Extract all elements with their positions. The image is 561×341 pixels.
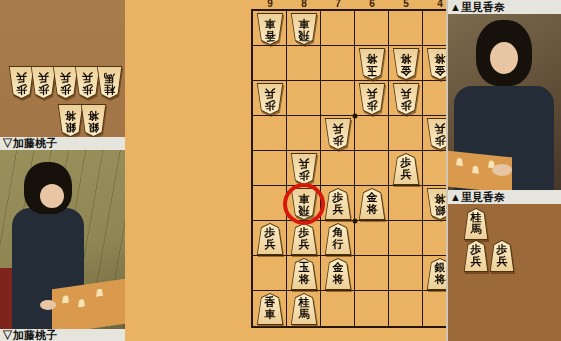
gote-player-label-bottom: ▽加藤桃子: [0, 329, 125, 341]
shogi-piece-香車-gote: 香車: [256, 13, 284, 45]
file-label-8: 8: [287, 0, 321, 9]
board-square-9四: [253, 116, 287, 151]
shogi-piece-歩兵-gote: 歩兵: [290, 153, 318, 185]
gote-player-label-top: ▽加藤桃子: [0, 137, 125, 150]
board-square-9六: [253, 186, 287, 221]
file-label-7: 7: [321, 0, 355, 9]
board-panel: 987654321 一二三四五六七八九 香車飛車桂馬香車玉将金将金将角行歩兵歩兵…: [125, 0, 446, 341]
board-square-5一: [389, 11, 423, 46]
board-square-9五: [253, 151, 287, 186]
person-face: [40, 184, 64, 208]
board-square-5四: [389, 116, 423, 151]
shogi-piece-金将-gote: 金将: [392, 48, 420, 80]
shogi-piece-歩兵-sente: 歩兵: [489, 240, 515, 272]
board-square-8二: [287, 46, 321, 81]
shogi-piece-歩兵-gote: 歩兵: [358, 83, 386, 115]
sente-side-column: ▲里見香奈 ▲里見香奈 桂馬歩兵歩兵: [446, 0, 561, 341]
shogi-piece-玉将-gote: 玉将: [358, 48, 386, 80]
board-square-5八: [389, 256, 423, 291]
board-square-5六: [389, 186, 423, 221]
board-square-7一: [321, 11, 355, 46]
shogi-piece-銀将-gote: 銀将: [80, 104, 107, 137]
shogi-news-diagram: 歩兵歩兵歩兵歩兵桂馬銀将銀将 ▽加藤桃子 ▽加藤桃子 987654321 一二三…: [0, 0, 561, 341]
shogi-piece-香車-sente: 香車: [256, 293, 284, 325]
board-square-7三: [321, 81, 355, 116]
board-square-6七: [355, 221, 389, 256]
shogi-piece-歩兵-sente: 歩兵: [290, 223, 318, 255]
gote-side-column: 歩兵歩兵歩兵歩兵桂馬銀将銀将 ▽加藤桃子 ▽加藤桃子: [0, 0, 125, 341]
photo-kato-momoko: [0, 150, 125, 329]
shogi-piece-歩兵-gote: 歩兵: [392, 83, 420, 115]
board-square-6五: [355, 151, 389, 186]
shogi-piece-桂馬-sente: 桂馬: [463, 208, 489, 240]
board-square-6一: [355, 11, 389, 46]
last-move-circle: [283, 183, 325, 225]
board-square-7二: [321, 46, 355, 81]
shogi-piece-桂馬-gote: 桂馬: [96, 66, 123, 99]
board-square-6九: [355, 291, 389, 326]
star-point: [353, 219, 358, 224]
person-hand: [492, 164, 512, 176]
board-square-8三: [287, 81, 321, 116]
shogi-piece-歩兵-sente: 歩兵: [463, 240, 489, 272]
file-label-5: 5: [389, 0, 423, 9]
shogi-piece-歩兵-gote: 歩兵: [324, 118, 352, 150]
shogi-piece-金将-sente: 金将: [324, 258, 352, 290]
sente-player-label-top: ▲里見香奈: [448, 0, 561, 14]
shogi-piece-歩兵-gote: 歩兵: [256, 83, 284, 115]
file-label-9: 9: [253, 0, 287, 9]
file-label-6: 6: [355, 0, 389, 9]
person-face: [490, 42, 518, 74]
shogi-piece-桂馬-sente: 桂馬: [290, 293, 318, 325]
board-square-6八: [355, 256, 389, 291]
board-square-7九: [321, 291, 355, 326]
shogi-piece-金将-sente: 金将: [358, 188, 386, 220]
shogi-piece-歩兵-sente: 歩兵: [256, 223, 284, 255]
board-square-9八: [253, 256, 287, 291]
photo-satomi-kana: [448, 14, 561, 190]
shogi-piece-玉将-sente: 玉将: [290, 258, 318, 290]
shogi-piece-角行-sente: 角行: [324, 223, 352, 255]
shogi-piece-歩兵-sente: 歩兵: [324, 188, 352, 220]
board-square-8四: [287, 116, 321, 151]
board-square-5七: [389, 221, 423, 256]
board-square-9二: [253, 46, 287, 81]
board-square-7五: [321, 151, 355, 186]
shogi-piece-飛車-gote: 飛車: [290, 13, 318, 45]
shogi-piece-歩兵-sente: 歩兵: [392, 153, 420, 185]
board-square-6四: [355, 116, 389, 151]
board-square-5九: [389, 291, 423, 326]
person-hand: [40, 300, 56, 310]
sente-player-label-bottom: ▲里見香奈: [448, 190, 561, 204]
star-point: [353, 114, 358, 119]
